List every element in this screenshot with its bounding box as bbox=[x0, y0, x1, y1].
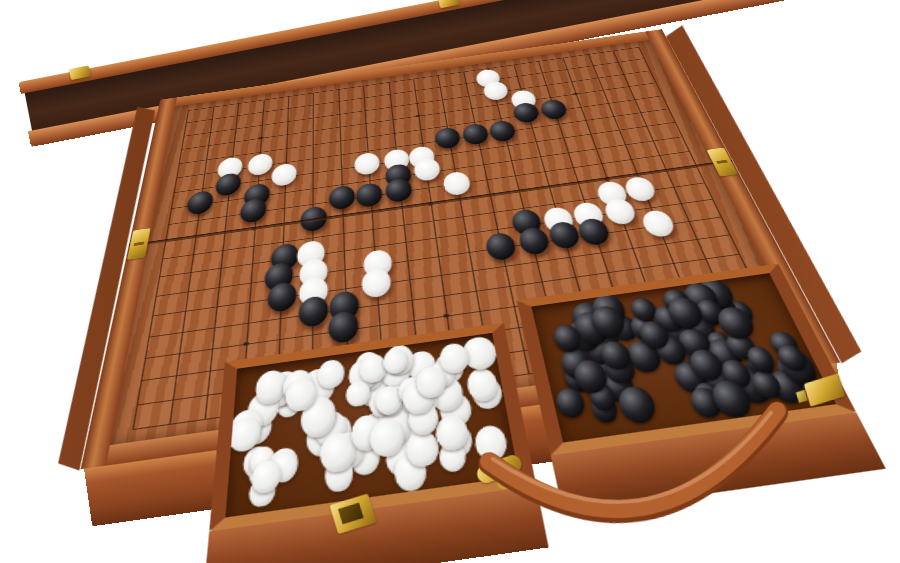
white-stone[interactable] bbox=[482, 81, 510, 102]
black-stone[interactable] bbox=[328, 184, 355, 210]
white-stone[interactable] bbox=[623, 175, 659, 202]
go-set-case bbox=[168, 0, 721, 563]
white-stone[interactable] bbox=[271, 163, 297, 188]
white-stone[interactable] bbox=[413, 157, 441, 182]
white-tray-stone bbox=[317, 358, 345, 390]
hoshi-point bbox=[243, 342, 249, 347]
black-stone[interactable] bbox=[186, 190, 215, 216]
black-stone[interactable] bbox=[488, 120, 517, 143]
hoshi-point bbox=[258, 137, 263, 140]
black-stone[interactable] bbox=[484, 232, 518, 262]
black-stone[interactable] bbox=[539, 98, 569, 120]
black-stone[interactable] bbox=[461, 123, 490, 146]
black-stone[interactable] bbox=[240, 197, 268, 224]
white-stone[interactable] bbox=[354, 151, 380, 176]
white-stone-pile bbox=[225, 333, 518, 518]
black-stone[interactable] bbox=[355, 182, 382, 208]
black-stone[interactable] bbox=[576, 217, 613, 247]
hoshi-point bbox=[416, 115, 421, 118]
black-tray-stone bbox=[553, 387, 587, 419]
white-stone[interactable] bbox=[247, 153, 273, 177]
white-stone[interactable] bbox=[442, 170, 472, 196]
product-photo-go-set: { "game": "go", "scene": "wooden folding… bbox=[0, 0, 900, 563]
black-stone[interactable] bbox=[517, 226, 552, 256]
white-stone[interactable] bbox=[639, 209, 677, 239]
black-tray-stone bbox=[615, 385, 661, 427]
latch-buckle-window bbox=[338, 503, 364, 525]
black-stone[interactable] bbox=[512, 101, 541, 123]
black-stone[interactable] bbox=[434, 126, 462, 149]
hoshi-point bbox=[443, 313, 449, 317]
black-stone[interactable] bbox=[547, 221, 583, 251]
